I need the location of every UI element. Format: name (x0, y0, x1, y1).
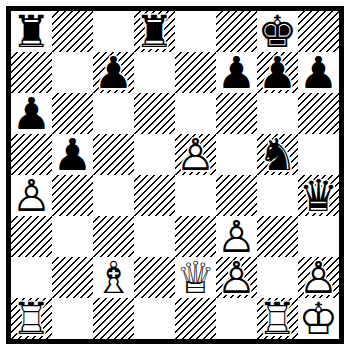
white-piece-outline: ♙ (216, 216, 257, 257)
black-piece-glyph: ♜ (134, 11, 175, 52)
black-piece-glyph: ♜ (11, 11, 52, 52)
square-a1[interactable]: ♜♖ (11, 298, 52, 339)
square-b2[interactable] (52, 257, 93, 298)
white-piece-outline: ♖ (257, 298, 298, 339)
square-g6[interactable] (257, 93, 298, 134)
square-h6[interactable] (298, 93, 339, 134)
square-g5[interactable]: ♞ (257, 134, 298, 175)
square-b7[interactable] (52, 52, 93, 93)
square-d7[interactable] (134, 52, 175, 93)
white-piece-outline: ♙ (175, 134, 216, 175)
piece-black-pawn-b5[interactable]: ♟ (52, 134, 93, 175)
square-f1[interactable] (216, 298, 257, 339)
square-d2[interactable] (134, 257, 175, 298)
square-g4[interactable] (257, 175, 298, 216)
square-e1[interactable] (175, 298, 216, 339)
piece-white-pawn-h2[interactable]: ♟♙ (298, 257, 339, 298)
square-d6[interactable] (134, 93, 175, 134)
piece-white-pawn-e5[interactable]: ♟♙ (175, 134, 216, 175)
square-f4[interactable] (216, 175, 257, 216)
piece-white-rook-a1[interactable]: ♜♖ (11, 298, 52, 339)
square-h8[interactable] (298, 11, 339, 52)
square-c4[interactable] (93, 175, 134, 216)
square-f7[interactable]: ♟ (216, 52, 257, 93)
square-e8[interactable] (175, 11, 216, 52)
piece-black-king-g8[interactable]: ♚ (257, 11, 298, 52)
white-piece-outline: ♙ (11, 175, 52, 216)
black-piece-glyph: ♛ (298, 175, 339, 216)
square-b6[interactable] (52, 93, 93, 134)
square-c7[interactable]: ♟ (93, 52, 134, 93)
piece-black-knight-g5[interactable]: ♞ (257, 134, 298, 175)
chess-board: ♜♜♚♟♟♟♟♟♟♟♙♞♟♙♛♟♙♝♗♛♕♟♙♟♙♜♖♜♖♚♔ (11, 11, 339, 339)
square-g7[interactable]: ♟ (257, 52, 298, 93)
black-piece-glyph: ♟ (298, 52, 339, 93)
black-piece-glyph: ♚ (257, 11, 298, 52)
square-e2[interactable]: ♛♕ (175, 257, 216, 298)
piece-black-pawn-g7[interactable]: ♟ (257, 52, 298, 93)
black-piece-glyph: ♞ (257, 134, 298, 175)
square-a8[interactable]: ♜ (11, 11, 52, 52)
black-piece-glyph: ♟ (93, 52, 134, 93)
square-b4[interactable] (52, 175, 93, 216)
square-a5[interactable] (11, 134, 52, 175)
square-d1[interactable] (134, 298, 175, 339)
square-g8[interactable]: ♚ (257, 11, 298, 52)
square-h3[interactable] (298, 216, 339, 257)
black-piece-glyph: ♟ (257, 52, 298, 93)
square-h2[interactable]: ♟♙ (298, 257, 339, 298)
white-piece-outline: ♗ (93, 257, 134, 298)
square-f6[interactable] (216, 93, 257, 134)
piece-black-rook-d8[interactable]: ♜ (134, 11, 175, 52)
square-g3[interactable] (257, 216, 298, 257)
square-e5[interactable]: ♟♙ (175, 134, 216, 175)
square-e4[interactable] (175, 175, 216, 216)
square-g2[interactable] (257, 257, 298, 298)
square-b5[interactable]: ♟ (52, 134, 93, 175)
piece-white-pawn-f2[interactable]: ♟♙ (216, 257, 257, 298)
square-b1[interactable] (52, 298, 93, 339)
square-c1[interactable] (93, 298, 134, 339)
square-e6[interactable] (175, 93, 216, 134)
square-b3[interactable] (52, 216, 93, 257)
piece-black-rook-a8[interactable]: ♜ (11, 11, 52, 52)
square-e7[interactable] (175, 52, 216, 93)
piece-white-queen-e2[interactable]: ♛♕ (175, 257, 216, 298)
piece-white-king-h1[interactable]: ♚♔ (298, 298, 339, 339)
black-piece-glyph: ♟ (52, 134, 93, 175)
square-h7[interactable]: ♟ (298, 52, 339, 93)
square-a2[interactable] (11, 257, 52, 298)
piece-black-pawn-f7[interactable]: ♟ (216, 52, 257, 93)
square-d3[interactable] (134, 216, 175, 257)
black-piece-glyph: ♟ (11, 93, 52, 134)
white-piece-outline: ♙ (216, 257, 257, 298)
piece-black-pawn-a6[interactable]: ♟ (11, 93, 52, 134)
square-c3[interactable] (93, 216, 134, 257)
piece-white-bishop-c2[interactable]: ♝♗ (93, 257, 134, 298)
square-f3[interactable]: ♟♙ (216, 216, 257, 257)
square-a4[interactable]: ♟♙ (11, 175, 52, 216)
square-c8[interactable] (93, 11, 134, 52)
piece-black-pawn-h7[interactable]: ♟ (298, 52, 339, 93)
square-b8[interactable] (52, 11, 93, 52)
piece-white-pawn-a4[interactable]: ♟♙ (11, 175, 52, 216)
piece-black-pawn-c7[interactable]: ♟ (93, 52, 134, 93)
white-piece-outline: ♖ (11, 298, 52, 339)
white-piece-outline: ♔ (298, 298, 339, 339)
black-piece-glyph: ♟ (216, 52, 257, 93)
square-c5[interactable] (93, 134, 134, 175)
square-f8[interactable] (216, 11, 257, 52)
square-e3[interactable] (175, 216, 216, 257)
square-g1[interactable]: ♜♖ (257, 298, 298, 339)
square-d4[interactable] (134, 175, 175, 216)
square-d5[interactable] (134, 134, 175, 175)
chess-board-frame: ♜♜♚♟♟♟♟♟♟♟♙♞♟♙♛♟♙♝♗♛♕♟♙♟♙♜♖♜♖♚♔ (6, 6, 344, 344)
square-d8[interactable]: ♜ (134, 11, 175, 52)
square-h5[interactable] (298, 134, 339, 175)
square-f2[interactable]: ♟♙ (216, 257, 257, 298)
piece-black-queen-h4[interactable]: ♛ (298, 175, 339, 216)
white-piece-outline: ♙ (298, 257, 339, 298)
square-h1[interactable]: ♚♔ (298, 298, 339, 339)
white-piece-outline: ♕ (175, 257, 216, 298)
square-f5[interactable] (216, 134, 257, 175)
square-h4[interactable]: ♛ (298, 175, 339, 216)
square-a3[interactable] (11, 216, 52, 257)
piece-white-pawn-f3[interactable]: ♟♙ (216, 216, 257, 257)
square-c6[interactable] (93, 93, 134, 134)
square-a6[interactable]: ♟ (11, 93, 52, 134)
square-a7[interactable] (11, 52, 52, 93)
square-c2[interactable]: ♝♗ (93, 257, 134, 298)
piece-white-rook-g1[interactable]: ♜♖ (257, 298, 298, 339)
